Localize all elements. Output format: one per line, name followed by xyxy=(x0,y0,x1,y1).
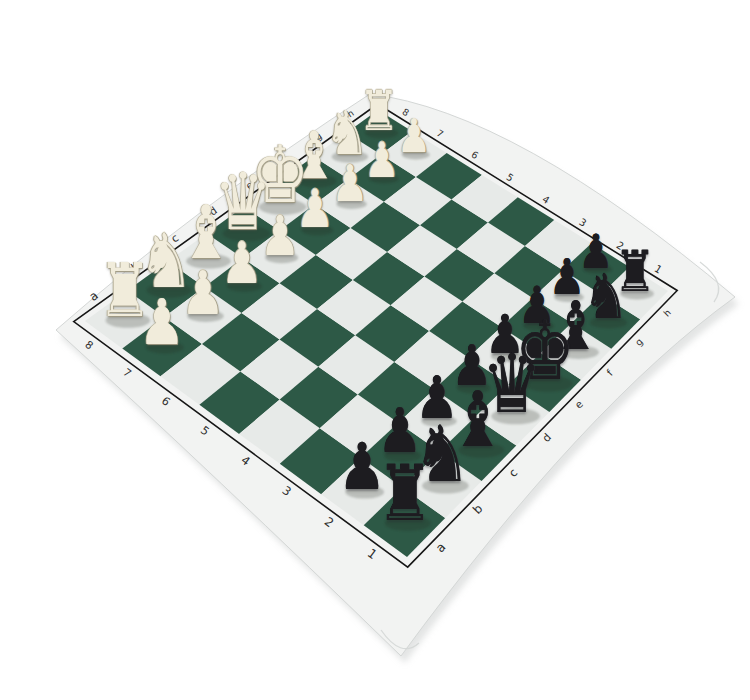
piece-white-pawn[interactable]: ♟ xyxy=(181,262,225,322)
piece-white-pawn[interactable]: ♟ xyxy=(259,208,300,263)
piece-white-pawn[interactable]: ♟ xyxy=(364,136,400,185)
piece-white-pawn[interactable]: ♟ xyxy=(397,113,431,160)
piece-white-pawn[interactable]: ♟ xyxy=(296,183,335,236)
piece-black-rook[interactable]: ♜ xyxy=(376,454,433,531)
piece-white-pawn[interactable]: ♟ xyxy=(139,291,185,354)
piece-white-pawn[interactable]: ♟ xyxy=(331,159,368,210)
chess-set-photo: abcdefghabcdefgh8765432187654321 ♜♞♝♛♚♝♞… xyxy=(0,0,750,700)
piece-white-pawn[interactable]: ♟ xyxy=(221,235,263,293)
